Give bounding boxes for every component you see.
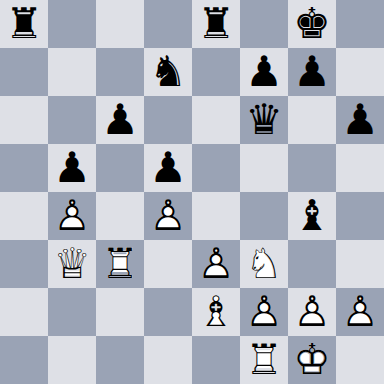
square-g2[interactable]: ♟♙ [288,288,336,336]
piece-white-pawn-g2: ♟♙ [288,288,336,336]
piece-white-pawn-d4: ♟♙ [144,192,192,240]
square-e5[interactable] [192,144,240,192]
square-b4[interactable]: ♟♙ [48,192,96,240]
square-a1[interactable] [0,336,48,384]
square-g3[interactable] [288,240,336,288]
piece-white-rook-f1: ♜♖ [240,336,288,384]
square-h5[interactable] [336,144,384,192]
square-f6[interactable]: ♛ [240,96,288,144]
white-piece-outline: ♙ [288,288,336,336]
piece-white-king-g1: ♚♔ [288,336,336,384]
piece-white-pawn-b4: ♟♙ [48,192,96,240]
square-c1[interactable] [96,336,144,384]
square-b8[interactable] [48,0,96,48]
square-g1[interactable]: ♚♔ [288,336,336,384]
square-e7[interactable] [192,48,240,96]
square-a3[interactable] [0,240,48,288]
square-g6[interactable] [288,96,336,144]
piece-white-bishop-e2: ♝♗ [192,288,240,336]
piece-black-pawn-d5: ♟ [144,144,192,192]
square-b2[interactable] [48,288,96,336]
white-piece-outline: ♘ [240,240,288,288]
piece-black-pawn-f7: ♟ [240,48,288,96]
square-c5[interactable] [96,144,144,192]
square-h7[interactable] [336,48,384,96]
square-c4[interactable] [96,192,144,240]
white-piece-outline: ♙ [144,192,192,240]
square-d8[interactable] [144,0,192,48]
square-h1[interactable] [336,336,384,384]
square-a5[interactable] [0,144,48,192]
square-a4[interactable] [0,192,48,240]
square-d7[interactable]: ♞ [144,48,192,96]
white-piece-outline: ♗ [192,288,240,336]
square-h8[interactable] [336,0,384,48]
square-g4[interactable]: ♝ [288,192,336,240]
square-e1[interactable] [192,336,240,384]
piece-black-bishop-g4: ♝ [288,192,336,240]
square-d4[interactable]: ♟♙ [144,192,192,240]
square-e3[interactable]: ♟♙ [192,240,240,288]
piece-white-pawn-e3: ♟♙ [192,240,240,288]
piece-black-pawn-b5: ♟ [48,144,96,192]
square-c8[interactable] [96,0,144,48]
white-piece-outline: ♔ [288,336,336,384]
square-f7[interactable]: ♟ [240,48,288,96]
piece-white-pawn-h2: ♟♙ [336,288,384,336]
piece-white-knight-f3: ♞♘ [240,240,288,288]
piece-black-pawn-c6: ♟ [96,96,144,144]
square-f4[interactable] [240,192,288,240]
white-piece-outline: ♙ [48,192,96,240]
square-d1[interactable] [144,336,192,384]
piece-black-rook-a8: ♜ [0,0,48,48]
white-piece-outline: ♙ [336,288,384,336]
square-f2[interactable]: ♟♙ [240,288,288,336]
square-b5[interactable]: ♟ [48,144,96,192]
white-piece-outline: ♕ [48,240,96,288]
piece-white-queen-b3: ♛♕ [48,240,96,288]
white-piece-outline: ♖ [96,240,144,288]
square-d3[interactable] [144,240,192,288]
square-a6[interactable] [0,96,48,144]
piece-white-rook-c3: ♜♖ [96,240,144,288]
square-c3[interactable]: ♜♖ [96,240,144,288]
chess-board: ♜♜♚♞♟♟♟♛♟♟♟♟♙♟♙♝♛♕♜♖♟♙♞♘♝♗♟♙♟♙♟♙♜♖♚♔ [0,0,384,384]
square-b1[interactable] [48,336,96,384]
square-a8[interactable]: ♜ [0,0,48,48]
square-f1[interactable]: ♜♖ [240,336,288,384]
square-h3[interactable] [336,240,384,288]
piece-black-queen-f6: ♛ [240,96,288,144]
square-e8[interactable]: ♜ [192,0,240,48]
square-a7[interactable] [0,48,48,96]
square-h6[interactable]: ♟ [336,96,384,144]
square-f8[interactable] [240,0,288,48]
white-piece-outline: ♙ [240,288,288,336]
square-d2[interactable] [144,288,192,336]
square-g8[interactable]: ♚ [288,0,336,48]
square-f5[interactable] [240,144,288,192]
white-piece-outline: ♙ [192,240,240,288]
square-e4[interactable] [192,192,240,240]
square-b7[interactable] [48,48,96,96]
piece-white-pawn-f2: ♟♙ [240,288,288,336]
square-c7[interactable] [96,48,144,96]
square-h2[interactable]: ♟♙ [336,288,384,336]
piece-black-king-g8: ♚ [288,0,336,48]
square-b3[interactable]: ♛♕ [48,240,96,288]
square-c6[interactable]: ♟ [96,96,144,144]
square-a2[interactable] [0,288,48,336]
square-g5[interactable] [288,144,336,192]
square-d5[interactable]: ♟ [144,144,192,192]
piece-black-pawn-h6: ♟ [336,96,384,144]
square-e6[interactable] [192,96,240,144]
piece-black-rook-e8: ♜ [192,0,240,48]
square-e2[interactable]: ♝♗ [192,288,240,336]
white-piece-outline: ♖ [240,336,288,384]
piece-black-knight-d7: ♞ [144,48,192,96]
square-d6[interactable] [144,96,192,144]
square-g7[interactable]: ♟ [288,48,336,96]
piece-black-pawn-g7: ♟ [288,48,336,96]
square-f3[interactable]: ♞♘ [240,240,288,288]
square-h4[interactable] [336,192,384,240]
square-b6[interactable] [48,96,96,144]
square-c2[interactable] [96,288,144,336]
